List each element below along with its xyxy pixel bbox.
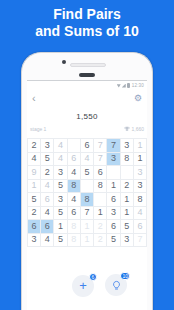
- grid-cell-r1c4[interactable]: [68, 139, 81, 153]
- grid-cell-r2c1[interactable]: 4: [28, 153, 41, 167]
- banner-title: Find Pairs and Sums of 10: [0, 6, 174, 40]
- grid-cell-r7c2[interactable]: 6: [41, 220, 54, 234]
- speaker-slot: [79, 73, 95, 77]
- trophy-icon: [124, 126, 130, 132]
- grid-cell-r5c5[interactable]: 8: [81, 193, 94, 207]
- grid-cell-r4c6[interactable]: 8: [94, 180, 107, 194]
- grid-cell-r4c7[interactable]: 1: [107, 180, 120, 194]
- grid-cell-r1c7[interactable]: 7: [107, 139, 120, 153]
- grid-cell-r2c6[interactable]: 7: [94, 153, 107, 167]
- grid-cell-r2c7[interactable]: 3: [107, 153, 120, 167]
- grid-cell-r4c5[interactable]: [81, 180, 94, 194]
- grid-cell-r8c7[interactable]: 5: [107, 234, 120, 248]
- grid-cell-r4c8[interactable]: 2: [121, 180, 134, 194]
- current-score: 1,550: [27, 112, 147, 121]
- grid-cell-r8c6[interactable]: 2: [94, 234, 107, 248]
- grid-cell-r8c9[interactable]: 7: [134, 234, 147, 248]
- grid-cell-r6c6[interactable]: 1: [94, 207, 107, 221]
- grid-cell-r7c3[interactable]: 1: [54, 220, 67, 234]
- grid-cell-r6c5[interactable]: 7: [81, 207, 94, 221]
- add-numbers-button[interactable]: + 6: [72, 275, 94, 297]
- best-score: 1,660: [124, 126, 144, 132]
- grid-cell-r6c1[interactable]: 2: [28, 207, 41, 221]
- lightbulb-icon: [111, 280, 122, 291]
- grid-cell-r3c1[interactable]: 9: [28, 166, 41, 180]
- grid-cell-r2c2[interactable]: 5: [41, 153, 54, 167]
- grid-cell-r6c9[interactable]: 4: [134, 207, 147, 221]
- grid-cell-r5c7[interactable]: 6: [107, 193, 120, 207]
- grid-cell-r3c3[interactable]: 3: [54, 166, 67, 180]
- wifi-icon: [117, 84, 121, 88]
- grid-cell-r7c1[interactable]: 6: [28, 220, 41, 234]
- grid-cell-r3c9[interactable]: 3: [134, 166, 147, 180]
- grid-cell-r1c6[interactable]: 7: [94, 139, 107, 153]
- grid-cell-r3c5[interactable]: 5: [81, 166, 94, 180]
- grid-cell-r7c6[interactable]: 2: [94, 220, 107, 234]
- grid-cell-r5c2[interactable]: 6: [41, 193, 54, 207]
- grid-cell-r5c8[interactable]: 1: [121, 193, 134, 207]
- grid-cell-r6c2[interactable]: 4: [41, 207, 54, 221]
- grid-cell-r8c4[interactable]: 8: [68, 234, 81, 248]
- add-count-badge: 6: [89, 273, 97, 281]
- app-store-screenshot: Find Pairs and Sums of 10 12:30 ‹ ⚙ 1,55…: [0, 0, 174, 310]
- grid-cell-r4c4[interactable]: 8: [68, 180, 81, 194]
- number-grid: 2346773145464738192345631458812356348618…: [27, 138, 147, 247]
- grid-cell-r6c7[interactable]: 3: [107, 207, 120, 221]
- stage-label: stage 1: [30, 126, 46, 132]
- grid-cell-r6c3[interactable]: 5: [54, 207, 67, 221]
- grid-cell-r3c7[interactable]: [107, 166, 120, 180]
- score-meta-row: stage 1 1,660: [30, 126, 144, 132]
- grid-cell-r1c1[interactable]: 2: [28, 139, 41, 153]
- battery-icon: [127, 83, 130, 88]
- grid-cell-r1c9[interactable]: 1: [134, 139, 147, 153]
- grid-cell-r2c8[interactable]: 8: [121, 153, 134, 167]
- grid-cell-r5c1[interactable]: 5: [28, 193, 41, 207]
- grid-cell-r8c3[interactable]: 5: [54, 234, 67, 248]
- back-button[interactable]: ‹: [32, 93, 36, 104]
- grid-cell-r5c4[interactable]: 4: [68, 193, 81, 207]
- grid-cell-r4c2[interactable]: 4: [41, 180, 54, 194]
- game-screen: 12:30 ‹ ⚙ 1,550 stage 1 1,660 2346773145…: [27, 80, 147, 310]
- grid-cell-r7c4[interactable]: 8: [68, 220, 81, 234]
- grid-cell-r3c2[interactable]: 2: [41, 166, 54, 180]
- status-time: 12:30: [132, 83, 144, 88]
- grid-cell-r2c4[interactable]: 6: [68, 153, 81, 167]
- grid-cell-r2c5[interactable]: 4: [81, 153, 94, 167]
- grid-cell-r5c9[interactable]: 8: [134, 193, 147, 207]
- grid-cell-r5c3[interactable]: 3: [54, 193, 67, 207]
- grid-cell-r8c2[interactable]: 4: [41, 234, 54, 248]
- banner-line-1: Find Pairs: [0, 6, 174, 23]
- grid-cell-r4c3[interactable]: 5: [54, 180, 67, 194]
- grid-cell-r1c3[interactable]: 4: [54, 139, 67, 153]
- grid-cell-r8c1[interactable]: 3: [28, 234, 41, 248]
- plus-icon: +: [79, 279, 87, 292]
- earpiece-slot: [70, 63, 106, 67]
- grid-cell-r7c8[interactable]: 5: [121, 220, 134, 234]
- grid-cell-r3c4[interactable]: 4: [68, 166, 81, 180]
- status-bar: 12:30: [117, 83, 144, 88]
- hint-button[interactable]: 10: [105, 274, 127, 296]
- best-score-value: 1,660: [131, 126, 144, 132]
- camera-dot-icon: [62, 60, 66, 64]
- grid-cell-r4c1[interactable]: 1: [28, 180, 41, 194]
- grid-cell-r7c7[interactable]: 6: [107, 220, 120, 234]
- grid-cell-r3c6[interactable]: 6: [94, 166, 107, 180]
- grid-cell-r7c9[interactable]: 6: [134, 220, 147, 234]
- grid-cell-r2c3[interactable]: 4: [54, 153, 67, 167]
- grid-cell-r3c8[interactable]: [121, 166, 134, 180]
- grid-cell-r8c8[interactable]: 3: [121, 234, 134, 248]
- phone-mockup: 12:30 ‹ ⚙ 1,550 stage 1 1,660 2346773145…: [21, 52, 153, 310]
- grid-cell-r1c8[interactable]: 3: [121, 139, 134, 153]
- grid-cell-r2c9[interactable]: 1: [134, 153, 147, 167]
- grid-cell-r7c5[interactable]: 1: [81, 220, 94, 234]
- grid-cell-r5c6[interactable]: [94, 193, 107, 207]
- grid-cell-r4c9[interactable]: 3: [134, 180, 147, 194]
- grid-cell-r6c8[interactable]: 1: [121, 207, 134, 221]
- grid-cell-r1c5[interactable]: 6: [81, 139, 94, 153]
- grid-cell-r6c4[interactable]: 6: [68, 207, 81, 221]
- grid-cell-r8c5[interactable]: 1: [81, 234, 94, 248]
- banner-line-2: and Sums of 10: [0, 23, 174, 40]
- settings-gear-icon[interactable]: ⚙: [134, 93, 142, 103]
- signal-icon: [122, 84, 126, 88]
- hint-count-badge: 10: [120, 272, 130, 280]
- grid-cell-r1c2[interactable]: 3: [41, 139, 54, 153]
